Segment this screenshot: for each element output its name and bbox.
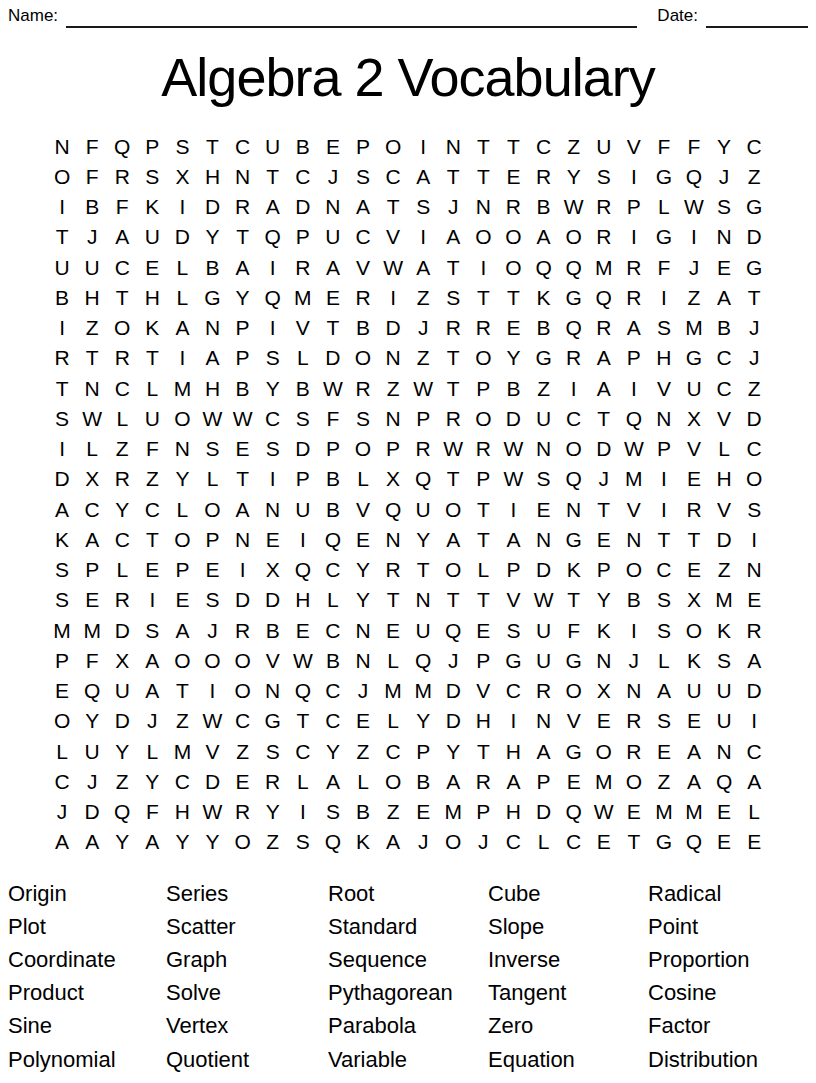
grid-cell-r10c17[interactable]: U: [529, 403, 559, 433]
grid-cell-r20c10[interactable]: C: [318, 706, 348, 736]
grid-cell-r10c20[interactable]: Q: [619, 403, 649, 433]
grid-cell-r19c11[interactable]: J: [348, 676, 378, 706]
grid-cell-r1c10[interactable]: E: [318, 131, 348, 161]
grid-cell-r24c11[interactable]: K: [348, 827, 378, 857]
grid-cell-r13c19[interactable]: T: [589, 494, 619, 524]
grid-cell-r23c21[interactable]: M: [649, 797, 679, 827]
grid-cell-r16c7[interactable]: D: [228, 585, 258, 615]
grid-cell-r17c15[interactable]: E: [468, 615, 498, 645]
grid-cell-r2c2[interactable]: F: [77, 161, 107, 191]
grid-cell-r12c24[interactable]: O: [739, 464, 769, 494]
grid-cell-r24c14[interactable]: O: [438, 827, 468, 857]
grid-cell-r18c23[interactable]: S: [709, 645, 739, 675]
grid-cell-r4c16[interactable]: O: [498, 222, 528, 252]
grid-cell-r19c16[interactable]: C: [498, 676, 528, 706]
grid-cell-r3c24[interactable]: G: [739, 192, 769, 222]
grid-cell-r14c19[interactable]: E: [589, 524, 619, 554]
grid-cell-r13c3[interactable]: Y: [107, 494, 137, 524]
grid-cell-r21c7[interactable]: Z: [228, 736, 258, 766]
grid-cell-r3c23[interactable]: S: [709, 192, 739, 222]
grid-cell-r18c12[interactable]: L: [378, 645, 408, 675]
grid-cell-r12c18[interactable]: Q: [559, 464, 589, 494]
grid-cell-r22c22[interactable]: A: [679, 766, 709, 796]
grid-cell-r9c2[interactable]: N: [77, 373, 107, 403]
grid-cell-r11c8[interactable]: S: [258, 434, 288, 464]
grid-cell-r17c12[interactable]: E: [378, 615, 408, 645]
grid-cell-r12c10[interactable]: B: [318, 464, 348, 494]
grid-cell-r1c16[interactable]: T: [498, 131, 528, 161]
grid-cell-r15c17[interactable]: D: [529, 555, 559, 585]
grid-cell-r11c23[interactable]: L: [709, 434, 739, 464]
grid-cell-r11c1[interactable]: I: [47, 434, 77, 464]
grid-cell-r24c22[interactable]: Q: [679, 827, 709, 857]
grid-cell-r20c20[interactable]: R: [619, 706, 649, 736]
grid-cell-r7c10[interactable]: T: [318, 313, 348, 343]
grid-cell-r8c23[interactable]: C: [709, 343, 739, 373]
grid-cell-r22c20[interactable]: O: [619, 766, 649, 796]
grid-cell-r2c16[interactable]: E: [498, 161, 528, 191]
grid-cell-r6c17[interactable]: K: [529, 282, 559, 312]
grid-cell-r4c14[interactable]: A: [438, 222, 468, 252]
grid-cell-r21c19[interactable]: O: [589, 736, 619, 766]
grid-cell-r5c11[interactable]: V: [348, 252, 378, 282]
grid-cell-r12c14[interactable]: T: [438, 464, 468, 494]
grid-cell-r13c15[interactable]: T: [468, 494, 498, 524]
grid-cell-r4c17[interactable]: A: [529, 222, 559, 252]
grid-cell-r19c22[interactable]: U: [679, 676, 709, 706]
grid-cell-r17c13[interactable]: U: [408, 615, 438, 645]
grid-cell-r4c2[interactable]: J: [77, 222, 107, 252]
grid-cell-r18c16[interactable]: G: [498, 645, 528, 675]
grid-cell-r20c16[interactable]: I: [498, 706, 528, 736]
grid-cell-r4c22[interactable]: I: [679, 222, 709, 252]
grid-cell-r12c7[interactable]: T: [228, 464, 258, 494]
grid-cell-r11c15[interactable]: R: [468, 434, 498, 464]
grid-cell-r7c20[interactable]: A: [619, 313, 649, 343]
grid-cell-r13c7[interactable]: A: [228, 494, 258, 524]
grid-cell-r8c14[interactable]: T: [438, 343, 468, 373]
grid-cell-r1c12[interactable]: O: [378, 131, 408, 161]
grid-cell-r3c4[interactable]: K: [137, 192, 167, 222]
grid-cell-r22c4[interactable]: Y: [137, 766, 167, 796]
grid-cell-r13c20[interactable]: V: [619, 494, 649, 524]
grid-cell-r17c9[interactable]: E: [288, 615, 318, 645]
grid-cell-r23c19[interactable]: W: [589, 797, 619, 827]
grid-cell-r21c10[interactable]: Y: [318, 736, 348, 766]
grid-cell-r22c8[interactable]: R: [258, 766, 288, 796]
grid-cell-r18c18[interactable]: G: [559, 645, 589, 675]
grid-cell-r15c15[interactable]: L: [468, 555, 498, 585]
grid-cell-r13c4[interactable]: C: [137, 494, 167, 524]
grid-cell-r2c6[interactable]: H: [197, 161, 227, 191]
grid-cell-r18c17[interactable]: U: [529, 645, 559, 675]
grid-cell-r23c16[interactable]: H: [498, 797, 528, 827]
grid-cell-r6c19[interactable]: Q: [589, 282, 619, 312]
grid-cell-r16c13[interactable]: N: [408, 585, 438, 615]
grid-cell-r18c7[interactable]: O: [228, 645, 258, 675]
grid-cell-r4c13[interactable]: I: [408, 222, 438, 252]
grid-cell-r19c18[interactable]: O: [559, 676, 589, 706]
grid-cell-r1c4[interactable]: P: [137, 131, 167, 161]
grid-cell-r6c20[interactable]: R: [619, 282, 649, 312]
grid-cell-r1c7[interactable]: C: [228, 131, 258, 161]
grid-cell-r6c12[interactable]: I: [378, 282, 408, 312]
grid-cell-r9c9[interactable]: B: [288, 373, 318, 403]
grid-cell-r22c21[interactable]: Z: [649, 766, 679, 796]
grid-cell-r6c18[interactable]: G: [559, 282, 589, 312]
grid-cell-r23c22[interactable]: M: [679, 797, 709, 827]
grid-cell-r22c9[interactable]: L: [288, 766, 318, 796]
grid-cell-r5c24[interactable]: G: [739, 252, 769, 282]
grid-cell-r23c12[interactable]: Z: [378, 797, 408, 827]
grid-cell-r15c22[interactable]: E: [679, 555, 709, 585]
grid-cell-r12c19[interactable]: J: [589, 464, 619, 494]
grid-cell-r10c11[interactable]: S: [348, 403, 378, 433]
grid-cell-r5c10[interactable]: A: [318, 252, 348, 282]
grid-cell-r7c9[interactable]: V: [288, 313, 318, 343]
grid-cell-r2c12[interactable]: C: [378, 161, 408, 191]
grid-cell-r17c8[interactable]: B: [258, 615, 288, 645]
grid-cell-r5c13[interactable]: A: [408, 252, 438, 282]
grid-cell-r1c17[interactable]: C: [529, 131, 559, 161]
grid-cell-r12c4[interactable]: Z: [137, 464, 167, 494]
grid-cell-r6c4[interactable]: H: [137, 282, 167, 312]
grid-cell-r9c3[interactable]: C: [107, 373, 137, 403]
grid-cell-r3c11[interactable]: A: [348, 192, 378, 222]
grid-cell-r20c22[interactable]: E: [679, 706, 709, 736]
grid-cell-r7c24[interactable]: J: [739, 313, 769, 343]
grid-cell-r3c15[interactable]: N: [468, 192, 498, 222]
grid-cell-r21c21[interactable]: E: [649, 736, 679, 766]
grid-cell-r2c17[interactable]: R: [529, 161, 559, 191]
grid-cell-r3c18[interactable]: W: [559, 192, 589, 222]
grid-cell-r9c11[interactable]: R: [348, 373, 378, 403]
grid-cell-r5c2[interactable]: U: [77, 252, 107, 282]
grid-cell-r10c10[interactable]: F: [318, 403, 348, 433]
grid-cell-r19c6[interactable]: I: [197, 676, 227, 706]
grid-cell-r24c19[interactable]: E: [589, 827, 619, 857]
grid-cell-r11c11[interactable]: O: [348, 434, 378, 464]
grid-cell-r23c14[interactable]: M: [438, 797, 468, 827]
grid-cell-r7c11[interactable]: B: [348, 313, 378, 343]
grid-cell-r10c13[interactable]: P: [408, 403, 438, 433]
grid-cell-r19c10[interactable]: C: [318, 676, 348, 706]
grid-cell-r7c18[interactable]: Q: [559, 313, 589, 343]
grid-cell-r11c21[interactable]: P: [649, 434, 679, 464]
grid-cell-r15c13[interactable]: T: [408, 555, 438, 585]
grid-cell-r9c20[interactable]: I: [619, 373, 649, 403]
grid-cell-r22c12[interactable]: O: [378, 766, 408, 796]
grid-cell-r16c17[interactable]: W: [529, 585, 559, 615]
grid-cell-r16c21[interactable]: S: [649, 585, 679, 615]
grid-cell-r21c12[interactable]: C: [378, 736, 408, 766]
grid-cell-r22c16[interactable]: A: [498, 766, 528, 796]
grid-cell-r21c11[interactable]: Z: [348, 736, 378, 766]
grid-cell-r21c9[interactable]: C: [288, 736, 318, 766]
grid-cell-r21c23[interactable]: N: [709, 736, 739, 766]
grid-cell-r20c3[interactable]: D: [107, 706, 137, 736]
grid-cell-r2c8[interactable]: T: [258, 161, 288, 191]
grid-cell-r5c16[interactable]: O: [498, 252, 528, 282]
grid-cell-r14c9[interactable]: I: [288, 524, 318, 554]
grid-cell-r3c16[interactable]: R: [498, 192, 528, 222]
grid-cell-r22c24[interactable]: A: [739, 766, 769, 796]
grid-cell-r8c19[interactable]: A: [589, 343, 619, 373]
grid-cell-r9c10[interactable]: W: [318, 373, 348, 403]
grid-cell-r21c5[interactable]: M: [167, 736, 197, 766]
grid-cell-r6c3[interactable]: T: [107, 282, 137, 312]
grid-cell-r11c18[interactable]: O: [559, 434, 589, 464]
grid-cell-r17c7[interactable]: R: [228, 615, 258, 645]
grid-cell-r2c15[interactable]: T: [468, 161, 498, 191]
grid-cell-r6c10[interactable]: E: [318, 282, 348, 312]
grid-cell-r6c8[interactable]: Q: [258, 282, 288, 312]
grid-cell-r3c9[interactable]: D: [288, 192, 318, 222]
grid-cell-r15c20[interactable]: O: [619, 555, 649, 585]
grid-cell-r22c14[interactable]: A: [438, 766, 468, 796]
grid-cell-r14c8[interactable]: E: [258, 524, 288, 554]
grid-cell-r18c20[interactable]: J: [619, 645, 649, 675]
grid-cell-r4c8[interactable]: Q: [258, 222, 288, 252]
grid-cell-r13c2[interactable]: C: [77, 494, 107, 524]
grid-cell-r2c21[interactable]: G: [649, 161, 679, 191]
grid-cell-r17c6[interactable]: J: [197, 615, 227, 645]
grid-cell-r19c21[interactable]: A: [649, 676, 679, 706]
grid-cell-r7c8[interactable]: I: [258, 313, 288, 343]
grid-cell-r23c10[interactable]: S: [318, 797, 348, 827]
grid-cell-r8c1[interactable]: R: [47, 343, 77, 373]
grid-cell-r21c14[interactable]: Y: [438, 736, 468, 766]
grid-cell-r15c24[interactable]: N: [739, 555, 769, 585]
grid-cell-r12c15[interactable]: P: [468, 464, 498, 494]
grid-cell-r21c4[interactable]: L: [137, 736, 167, 766]
grid-cell-r2c11[interactable]: S: [348, 161, 378, 191]
grid-cell-r2c4[interactable]: S: [137, 161, 167, 191]
grid-cell-r24c17[interactable]: L: [529, 827, 559, 857]
grid-cell-r24c12[interactable]: A: [378, 827, 408, 857]
grid-cell-r3c8[interactable]: A: [258, 192, 288, 222]
grid-cell-r10c2[interactable]: W: [77, 403, 107, 433]
grid-cell-r3c10[interactable]: N: [318, 192, 348, 222]
grid-cell-r19c20[interactable]: N: [619, 676, 649, 706]
grid-cell-r11c19[interactable]: D: [589, 434, 619, 464]
grid-cell-r19c5[interactable]: T: [167, 676, 197, 706]
grid-cell-r22c13[interactable]: B: [408, 766, 438, 796]
grid-cell-r7c5[interactable]: A: [167, 313, 197, 343]
grid-cell-r17c20[interactable]: I: [619, 615, 649, 645]
grid-cell-r14c12[interactable]: N: [378, 524, 408, 554]
grid-cell-r12c13[interactable]: Q: [408, 464, 438, 494]
grid-cell-r10c5[interactable]: O: [167, 403, 197, 433]
grid-cell-r20c12[interactable]: L: [378, 706, 408, 736]
grid-cell-r7c3[interactable]: O: [107, 313, 137, 343]
grid-cell-r14c5[interactable]: O: [167, 524, 197, 554]
grid-cell-r20c4[interactable]: J: [137, 706, 167, 736]
grid-cell-r16c1[interactable]: S: [47, 585, 77, 615]
grid-cell-r2c19[interactable]: S: [589, 161, 619, 191]
grid-cell-r6c24[interactable]: T: [739, 282, 769, 312]
grid-cell-r4c5[interactable]: D: [167, 222, 197, 252]
grid-cell-r24c10[interactable]: Q: [318, 827, 348, 857]
grid-cell-r3c17[interactable]: B: [529, 192, 559, 222]
grid-cell-r7c21[interactable]: S: [649, 313, 679, 343]
grid-cell-r21c15[interactable]: T: [468, 736, 498, 766]
grid-cell-r15c10[interactable]: C: [318, 555, 348, 585]
grid-cell-r10c1[interactable]: S: [47, 403, 77, 433]
grid-cell-r20c14[interactable]: D: [438, 706, 468, 736]
grid-cell-r17c1[interactable]: M: [47, 615, 77, 645]
grid-cell-r9c23[interactable]: C: [709, 373, 739, 403]
grid-cell-r12c12[interactable]: X: [378, 464, 408, 494]
grid-cell-r18c3[interactable]: X: [107, 645, 137, 675]
grid-cell-r13c18[interactable]: N: [559, 494, 589, 524]
grid-cell-r9c17[interactable]: Z: [529, 373, 559, 403]
grid-cell-r6c21[interactable]: I: [649, 282, 679, 312]
grid-cell-r12c11[interactable]: L: [348, 464, 378, 494]
grid-cell-r21c20[interactable]: R: [619, 736, 649, 766]
grid-cell-r1c1[interactable]: N: [47, 131, 77, 161]
grid-cell-r2c23[interactable]: J: [709, 161, 739, 191]
grid-cell-r16c19[interactable]: Y: [589, 585, 619, 615]
grid-cell-r14c7[interactable]: N: [228, 524, 258, 554]
grid-cell-r10c23[interactable]: V: [709, 403, 739, 433]
grid-cell-r12c23[interactable]: H: [709, 464, 739, 494]
grid-cell-r24c1[interactable]: A: [47, 827, 77, 857]
grid-cell-r15c16[interactable]: P: [498, 555, 528, 585]
grid-cell-r17c4[interactable]: S: [137, 615, 167, 645]
grid-cell-r9c19[interactable]: A: [589, 373, 619, 403]
grid-cell-r6c22[interactable]: Z: [679, 282, 709, 312]
grid-cell-r19c17[interactable]: R: [529, 676, 559, 706]
grid-cell-r8c10[interactable]: D: [318, 343, 348, 373]
grid-cell-r3c2[interactable]: B: [77, 192, 107, 222]
grid-cell-r14c3[interactable]: C: [107, 524, 137, 554]
grid-cell-r16c23[interactable]: M: [709, 585, 739, 615]
grid-cell-r16c2[interactable]: E: [77, 585, 107, 615]
grid-cell-r19c8[interactable]: N: [258, 676, 288, 706]
grid-cell-r8c2[interactable]: T: [77, 343, 107, 373]
grid-cell-r19c24[interactable]: D: [739, 676, 769, 706]
grid-cell-r15c6[interactable]: E: [197, 555, 227, 585]
grid-cell-r5c20[interactable]: R: [619, 252, 649, 282]
grid-cell-r8c15[interactable]: O: [468, 343, 498, 373]
grid-cell-r13c5[interactable]: L: [167, 494, 197, 524]
grid-cell-r2c14[interactable]: T: [438, 161, 468, 191]
grid-cell-r10c18[interactable]: C: [559, 403, 589, 433]
grid-cell-r15c19[interactable]: P: [589, 555, 619, 585]
grid-cell-r9c1[interactable]: T: [47, 373, 77, 403]
grid-cell-r1c13[interactable]: I: [408, 131, 438, 161]
grid-cell-r4c10[interactable]: U: [318, 222, 348, 252]
grid-cell-r1c22[interactable]: F: [679, 131, 709, 161]
grid-cell-r13c24[interactable]: S: [739, 494, 769, 524]
grid-cell-r15c23[interactable]: Z: [709, 555, 739, 585]
grid-cell-r17c21[interactable]: S: [649, 615, 679, 645]
grid-cell-r18c22[interactable]: K: [679, 645, 709, 675]
grid-cell-r17c22[interactable]: O: [679, 615, 709, 645]
grid-cell-r5c1[interactable]: U: [47, 252, 77, 282]
grid-cell-r14c10[interactable]: Q: [318, 524, 348, 554]
grid-cell-r2c7[interactable]: N: [228, 161, 258, 191]
grid-cell-r12c16[interactable]: W: [498, 464, 528, 494]
grid-cell-r13c10[interactable]: B: [318, 494, 348, 524]
grid-cell-r17c16[interactable]: S: [498, 615, 528, 645]
grid-cell-r16c9[interactable]: H: [288, 585, 318, 615]
grid-cell-r5c8[interactable]: I: [258, 252, 288, 282]
grid-cell-r18c8[interactable]: V: [258, 645, 288, 675]
grid-cell-r17c2[interactable]: M: [77, 615, 107, 645]
grid-cell-r11c24[interactable]: C: [739, 434, 769, 464]
grid-cell-r20c5[interactable]: Z: [167, 706, 197, 736]
grid-cell-r20c11[interactable]: E: [348, 706, 378, 736]
grid-cell-r22c23[interactable]: Q: [709, 766, 739, 796]
grid-cell-r20c24[interactable]: I: [739, 706, 769, 736]
grid-cell-r16c5[interactable]: E: [167, 585, 197, 615]
grid-cell-r11c12[interactable]: P: [378, 434, 408, 464]
grid-cell-r16c16[interactable]: V: [498, 585, 528, 615]
grid-cell-r16c22[interactable]: X: [679, 585, 709, 615]
grid-cell-r17c23[interactable]: K: [709, 615, 739, 645]
grid-cell-r7c4[interactable]: K: [137, 313, 167, 343]
grid-cell-r5c23[interactable]: E: [709, 252, 739, 282]
grid-cell-r20c17[interactable]: N: [529, 706, 559, 736]
grid-cell-r16c20[interactable]: B: [619, 585, 649, 615]
grid-cell-r24c9[interactable]: S: [288, 827, 318, 857]
grid-cell-r5c5[interactable]: L: [167, 252, 197, 282]
grid-cell-r13c11[interactable]: V: [348, 494, 378, 524]
grid-cell-r18c10[interactable]: B: [318, 645, 348, 675]
grid-cell-r1c5[interactable]: S: [167, 131, 197, 161]
grid-cell-r8c17[interactable]: G: [529, 343, 559, 373]
grid-cell-r11c7[interactable]: E: [228, 434, 258, 464]
grid-cell-r14c1[interactable]: K: [47, 524, 77, 554]
grid-cell-r21c22[interactable]: A: [679, 736, 709, 766]
grid-cell-r3c7[interactable]: R: [228, 192, 258, 222]
grid-cell-r22c7[interactable]: E: [228, 766, 258, 796]
grid-cell-r15c4[interactable]: E: [137, 555, 167, 585]
grid-cell-r4c20[interactable]: I: [619, 222, 649, 252]
grid-cell-r6c9[interactable]: M: [288, 282, 318, 312]
grid-cell-r19c7[interactable]: O: [228, 676, 258, 706]
grid-cell-r2c18[interactable]: Y: [559, 161, 589, 191]
grid-cell-r20c7[interactable]: C: [228, 706, 258, 736]
grid-cell-r7c6[interactable]: N: [197, 313, 227, 343]
grid-cell-r14c18[interactable]: G: [559, 524, 589, 554]
grid-cell-r24c15[interactable]: J: [468, 827, 498, 857]
grid-cell-r14c22[interactable]: T: [679, 524, 709, 554]
grid-cell-r16c10[interactable]: L: [318, 585, 348, 615]
grid-cell-r17c5[interactable]: A: [167, 615, 197, 645]
grid-cell-r23c4[interactable]: F: [137, 797, 167, 827]
grid-cell-r9c13[interactable]: W: [408, 373, 438, 403]
grid-cell-r21c1[interactable]: L: [47, 736, 77, 766]
grid-cell-r18c14[interactable]: J: [438, 645, 468, 675]
grid-cell-r2c9[interactable]: C: [288, 161, 318, 191]
grid-cell-r17c10[interactable]: C: [318, 615, 348, 645]
grid-cell-r7c16[interactable]: E: [498, 313, 528, 343]
grid-cell-r17c24[interactable]: R: [739, 615, 769, 645]
grid-cell-r18c6[interactable]: O: [197, 645, 227, 675]
grid-cell-r9c16[interactable]: B: [498, 373, 528, 403]
grid-cell-r18c11[interactable]: N: [348, 645, 378, 675]
grid-cell-r20c8[interactable]: G: [258, 706, 288, 736]
grid-cell-r19c13[interactable]: M: [408, 676, 438, 706]
grid-cell-r10c19[interactable]: T: [589, 403, 619, 433]
grid-cell-r11c10[interactable]: P: [318, 434, 348, 464]
grid-cell-r13c21[interactable]: I: [649, 494, 679, 524]
grid-cell-r8c6[interactable]: A: [197, 343, 227, 373]
grid-cell-r8c12[interactable]: N: [378, 343, 408, 373]
